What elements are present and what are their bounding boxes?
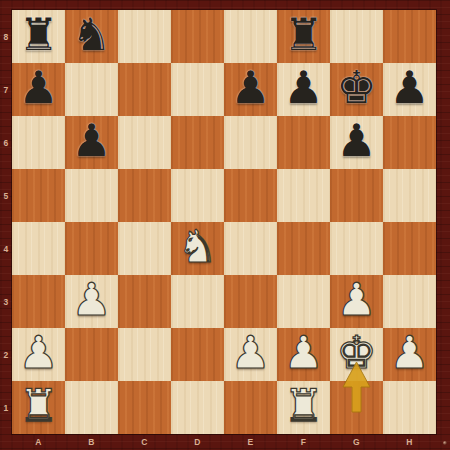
- piece-black-pawn[interactable]: ♟: [336, 118, 376, 163]
- rank-label-2: 2: [0, 328, 12, 381]
- square-b6[interactable]: ♟: [65, 116, 118, 169]
- rank-label-7: 7: [0, 63, 12, 116]
- square-h2[interactable]: ♟: [383, 328, 436, 381]
- square-e5[interactable]: [224, 169, 277, 222]
- square-d5[interactable]: [171, 169, 224, 222]
- square-f8[interactable]: ♜: [277, 10, 330, 63]
- square-e2[interactable]: ♟: [224, 328, 277, 381]
- square-a8[interactable]: ♜: [12, 10, 65, 63]
- square-c4[interactable]: [118, 222, 171, 275]
- piece-white-pawn[interactable]: ♟: [71, 277, 111, 322]
- square-a5[interactable]: [12, 169, 65, 222]
- rank-label-3: 3: [0, 275, 12, 328]
- square-g6[interactable]: ♟: [330, 116, 383, 169]
- rank-labels: 87654321: [0, 10, 12, 434]
- square-e7[interactable]: ♟: [224, 63, 277, 116]
- piece-black-pawn[interactable]: ♟: [230, 65, 270, 110]
- square-e1[interactable]: [224, 381, 277, 434]
- piece-white-rook[interactable]: ♜: [18, 383, 58, 428]
- square-h6[interactable]: [383, 116, 436, 169]
- square-c3[interactable]: [118, 275, 171, 328]
- square-h3[interactable]: [383, 275, 436, 328]
- rank-label-4: 4: [0, 222, 12, 275]
- square-f3[interactable]: [277, 275, 330, 328]
- square-b2[interactable]: [65, 328, 118, 381]
- square-b1[interactable]: [65, 381, 118, 434]
- square-a4[interactable]: [12, 222, 65, 275]
- square-d1[interactable]: [171, 381, 224, 434]
- piece-white-pawn[interactable]: ♟: [389, 330, 429, 375]
- square-c1[interactable]: [118, 381, 171, 434]
- square-b7[interactable]: [65, 63, 118, 116]
- rank-label-5: 5: [0, 169, 12, 222]
- square-d3[interactable]: [171, 275, 224, 328]
- piece-white-pawn[interactable]: ♟: [336, 277, 376, 322]
- square-c2[interactable]: [118, 328, 171, 381]
- square-a6[interactable]: [12, 116, 65, 169]
- file-label-c: C: [118, 434, 171, 450]
- square-g5[interactable]: [330, 169, 383, 222]
- piece-white-pawn[interactable]: ♟: [18, 330, 58, 375]
- square-d8[interactable]: [171, 10, 224, 63]
- square-f2[interactable]: ♟: [277, 328, 330, 381]
- rank-label-1: 1: [0, 381, 12, 434]
- square-c8[interactable]: [118, 10, 171, 63]
- square-b8[interactable]: ♞: [65, 10, 118, 63]
- piece-white-rook[interactable]: ♜: [283, 383, 323, 428]
- piece-white-king[interactable]: ♚: [336, 330, 376, 375]
- square-d6[interactable]: [171, 116, 224, 169]
- square-a7[interactable]: ♟: [12, 63, 65, 116]
- file-label-g: G: [330, 434, 383, 450]
- square-g8[interactable]: [330, 10, 383, 63]
- piece-black-rook[interactable]: ♜: [283, 12, 323, 57]
- square-f7[interactable]: ♟: [277, 63, 330, 116]
- square-a3[interactable]: [12, 275, 65, 328]
- square-b5[interactable]: [65, 169, 118, 222]
- piece-black-pawn[interactable]: ♟: [389, 65, 429, 110]
- file-label-h: H: [383, 434, 436, 450]
- piece-black-rook[interactable]: ♜: [18, 12, 58, 57]
- square-g7[interactable]: ♚: [330, 63, 383, 116]
- square-e3[interactable]: [224, 275, 277, 328]
- square-d4[interactable]: ♞: [171, 222, 224, 275]
- piece-black-knight[interactable]: ♞: [71, 12, 111, 57]
- square-c5[interactable]: [118, 169, 171, 222]
- file-labels: ABCDEFGH: [12, 434, 436, 450]
- piece-black-pawn[interactable]: ♟: [18, 65, 58, 110]
- piece-white-pawn[interactable]: ♟: [283, 330, 323, 375]
- square-h1[interactable]: [383, 381, 436, 434]
- square-e4[interactable]: [224, 222, 277, 275]
- square-d2[interactable]: [171, 328, 224, 381]
- square-f6[interactable]: [277, 116, 330, 169]
- piece-black-king[interactable]: ♚: [336, 65, 376, 110]
- square-b4[interactable]: [65, 222, 118, 275]
- square-g4[interactable]: [330, 222, 383, 275]
- square-h5[interactable]: [383, 169, 436, 222]
- square-h8[interactable]: [383, 10, 436, 63]
- rank-label-8: 8: [0, 10, 12, 63]
- file-label-f: F: [277, 434, 330, 450]
- square-c6[interactable]: [118, 116, 171, 169]
- square-f5[interactable]: [277, 169, 330, 222]
- file-label-a: A: [12, 434, 65, 450]
- square-b3[interactable]: ♟: [65, 275, 118, 328]
- square-g2[interactable]: ♚: [330, 328, 383, 381]
- square-a1[interactable]: ♜: [12, 381, 65, 434]
- square-f4[interactable]: [277, 222, 330, 275]
- file-label-d: D: [171, 434, 224, 450]
- square-h7[interactable]: ♟: [383, 63, 436, 116]
- square-c7[interactable]: [118, 63, 171, 116]
- square-a2[interactable]: ♟: [12, 328, 65, 381]
- file-label-b: B: [65, 434, 118, 450]
- square-g1[interactable]: [330, 381, 383, 434]
- square-e6[interactable]: [224, 116, 277, 169]
- chess-board: ♜♞♜♟♟♟♚♟♟♟♞♟♟♟♟♟♚♟♜♜: [12, 10, 436, 434]
- square-h4[interactable]: [383, 222, 436, 275]
- rank-label-6: 6: [0, 116, 12, 169]
- piece-black-pawn[interactable]: ♟: [71, 118, 111, 163]
- square-g3[interactable]: ♟: [330, 275, 383, 328]
- piece-black-pawn[interactable]: ♟: [283, 65, 323, 110]
- file-label-e: E: [224, 434, 277, 450]
- square-d7[interactable]: [171, 63, 224, 116]
- chess-board-frame: ♜♞♜♟♟♟♚♟♟♟♞♟♟♟♟♟♚♟♜♜ 87654321 ABCDEFGH: [0, 0, 450, 450]
- piece-white-knight[interactable]: ♞: [177, 224, 217, 269]
- piece-white-pawn[interactable]: ♟: [230, 330, 270, 375]
- frame-screw: [443, 441, 447, 445]
- square-e8[interactable]: [224, 10, 277, 63]
- square-f1[interactable]: ♜: [277, 381, 330, 434]
